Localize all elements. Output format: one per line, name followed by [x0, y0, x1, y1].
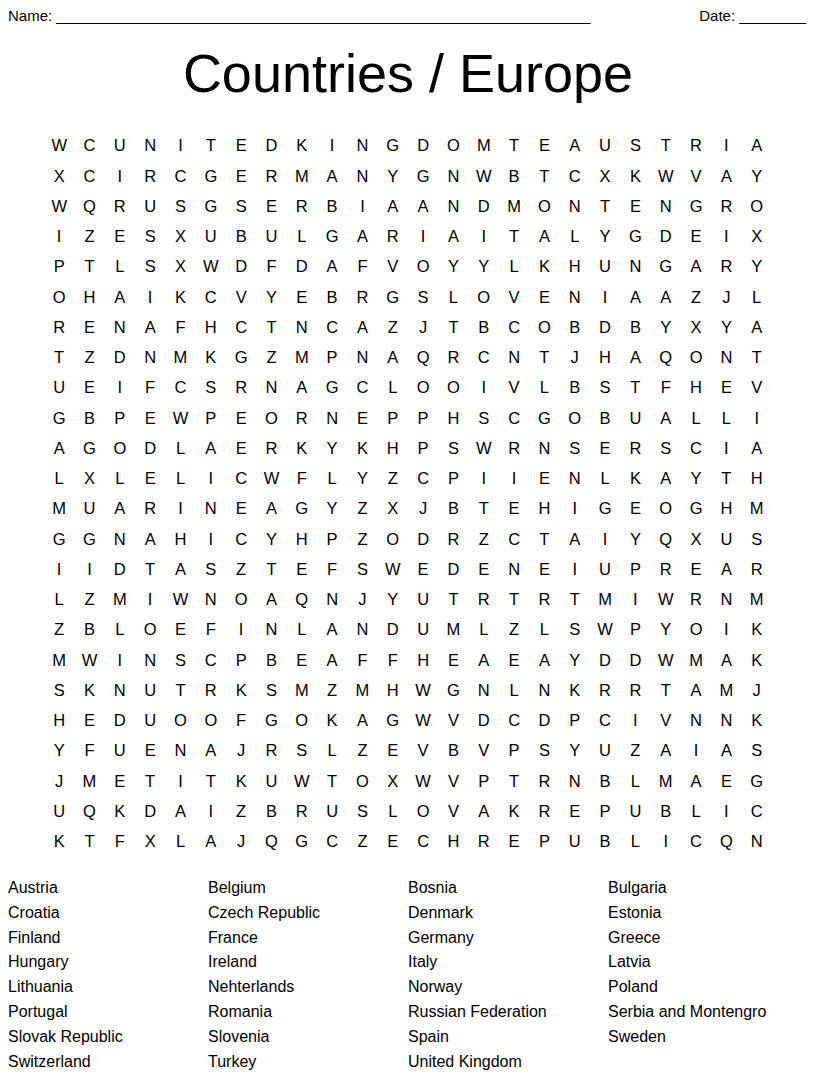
grid-cell[interactable]: N [529, 433, 559, 463]
grid-cell[interactable]: X [681, 524, 711, 554]
grid-cell[interactable]: T [620, 373, 650, 403]
grid-cell[interactable]: C [165, 373, 195, 403]
grid-cell[interactable]: I [651, 826, 681, 856]
grid-cell[interactable]: W [287, 766, 317, 796]
grid-cell[interactable]: B [74, 615, 104, 645]
grid-cell[interactable]: S [287, 736, 317, 766]
grid-cell[interactable]: B [469, 312, 499, 342]
grid-cell[interactable]: Z [74, 584, 104, 614]
grid-cell[interactable]: N [499, 554, 529, 584]
grid-cell[interactable]: E [711, 766, 741, 796]
grid-cell[interactable]: A [378, 191, 408, 221]
grid-cell[interactable]: N [347, 342, 377, 372]
grid-cell[interactable]: S [165, 645, 195, 675]
grid-cell[interactable]: N [560, 191, 590, 221]
grid-cell[interactable]: D [620, 645, 650, 675]
grid-cell[interactable]: N [165, 736, 195, 766]
grid-cell[interactable]: E [135, 736, 165, 766]
grid-cell[interactable]: O [165, 705, 195, 735]
grid-cell[interactable]: R [681, 584, 711, 614]
grid-cell[interactable]: I [317, 131, 347, 161]
grid-cell[interactable]: Y [560, 736, 590, 766]
grid-cell[interactable]: U [135, 675, 165, 705]
grid-cell[interactable]: W [256, 463, 286, 493]
grid-cell[interactable]: B [651, 796, 681, 826]
grid-cell[interactable]: R [711, 191, 741, 221]
grid-cell[interactable]: Z [378, 312, 408, 342]
grid-cell[interactable]: C [469, 342, 499, 372]
grid-cell[interactable]: I [196, 524, 226, 554]
grid-cell[interactable]: R [347, 282, 377, 312]
grid-cell[interactable]: E [287, 645, 317, 675]
grid-cell[interactable]: I [711, 615, 741, 645]
grid-cell[interactable]: D [469, 705, 499, 735]
grid-cell[interactable]: L [44, 463, 74, 493]
grid-cell[interactable]: V [408, 736, 438, 766]
grid-cell[interactable]: Z [74, 221, 104, 251]
grid-cell[interactable]: D [135, 433, 165, 463]
grid-cell[interactable]: N [347, 131, 377, 161]
grid-cell[interactable]: C [196, 645, 226, 675]
grid-cell[interactable]: P [590, 796, 620, 826]
grid-cell[interactable]: I [135, 282, 165, 312]
grid-cell[interactable]: K [287, 433, 317, 463]
grid-cell[interactable]: O [529, 191, 559, 221]
grid-cell[interactable]: L [681, 403, 711, 433]
grid-cell[interactable]: L [378, 373, 408, 403]
grid-cell[interactable]: A [620, 282, 650, 312]
grid-cell[interactable]: E [226, 494, 256, 524]
grid-cell[interactable]: K [226, 766, 256, 796]
grid-cell[interactable]: I [560, 494, 590, 524]
grid-cell[interactable]: T [196, 766, 226, 796]
grid-cell[interactable]: A [287, 373, 317, 403]
grid-cell[interactable]: G [44, 524, 74, 554]
grid-cell[interactable]: G [590, 494, 620, 524]
grid-cell[interactable]: C [196, 282, 226, 312]
grid-cell[interactable]: E [499, 645, 529, 675]
grid-cell[interactable]: R [135, 161, 165, 191]
grid-cell[interactable]: P [317, 342, 347, 372]
grid-cell[interactable]: U [105, 131, 135, 161]
grid-cell[interactable]: T [438, 312, 468, 342]
grid-cell[interactable]: M [105, 584, 135, 614]
grid-cell[interactable]: C [74, 131, 104, 161]
grid-cell[interactable]: Y [378, 584, 408, 614]
grid-cell[interactable]: R [620, 675, 650, 705]
grid-cell[interactable]: O [560, 403, 590, 433]
grid-cell[interactable]: R [742, 554, 772, 584]
grid-cell[interactable]: A [135, 524, 165, 554]
grid-cell[interactable]: K [44, 826, 74, 856]
grid-cell[interactable]: M [287, 342, 317, 372]
grid-cell[interactable]: N [256, 615, 286, 645]
grid-cell[interactable]: A [317, 645, 347, 675]
grid-cell[interactable]: S [560, 433, 590, 463]
grid-cell[interactable]: P [529, 826, 559, 856]
grid-cell[interactable]: X [74, 463, 104, 493]
grid-cell[interactable]: E [529, 282, 559, 312]
grid-cell[interactable]: S [347, 554, 377, 584]
grid-cell[interactable]: Y [256, 282, 286, 312]
grid-cell[interactable]: I [499, 463, 529, 493]
grid-cell[interactable]: L [317, 736, 347, 766]
grid-cell[interactable]: B [499, 161, 529, 191]
grid-cell[interactable]: C [226, 463, 256, 493]
grid-cell[interactable]: E [105, 766, 135, 796]
grid-cell[interactable]: F [378, 645, 408, 675]
grid-cell[interactable]: A [651, 282, 681, 312]
grid-cell[interactable]: W [74, 645, 104, 675]
grid-cell[interactable]: M [44, 494, 74, 524]
grid-cell[interactable]: E [469, 554, 499, 584]
grid-cell[interactable]: R [438, 342, 468, 372]
grid-cell[interactable]: L [681, 796, 711, 826]
grid-cell[interactable]: L [105, 615, 135, 645]
grid-cell[interactable]: X [378, 494, 408, 524]
grid-cell[interactable]: F [135, 373, 165, 403]
grid-cell[interactable]: G [196, 191, 226, 221]
grid-cell[interactable]: L [529, 373, 559, 403]
grid-cell[interactable]: I [226, 615, 256, 645]
grid-cell[interactable]: R [196, 675, 226, 705]
grid-cell[interactable]: W [44, 191, 74, 221]
grid-cell[interactable]: C [317, 312, 347, 342]
grid-cell[interactable]: E [529, 463, 559, 493]
grid-cell[interactable]: R [378, 221, 408, 251]
grid-cell[interactable]: N [711, 342, 741, 372]
grid-cell[interactable]: J [711, 282, 741, 312]
grid-cell[interactable]: B [590, 826, 620, 856]
grid-cell[interactable]: I [590, 282, 620, 312]
grid-cell[interactable]: S [590, 373, 620, 403]
grid-cell[interactable]: E [347, 403, 377, 433]
grid-cell[interactable]: M [742, 584, 772, 614]
grid-cell[interactable]: O [408, 373, 438, 403]
grid-cell[interactable]: T [438, 584, 468, 614]
grid-cell[interactable]: J [408, 312, 438, 342]
grid-cell[interactable]: T [44, 342, 74, 372]
grid-cell[interactable]: Y [317, 494, 347, 524]
grid-cell[interactable]: R [499, 433, 529, 463]
grid-cell[interactable]: I [620, 705, 650, 735]
grid-cell[interactable]: F [74, 736, 104, 766]
grid-cell[interactable]: C [408, 826, 438, 856]
grid-cell[interactable]: B [74, 403, 104, 433]
grid-cell[interactable]: I [105, 161, 135, 191]
grid-cell[interactable]: L [529, 615, 559, 645]
grid-cell[interactable]: N [711, 705, 741, 735]
grid-cell[interactable]: E [529, 131, 559, 161]
grid-cell[interactable]: F [347, 645, 377, 675]
grid-cell[interactable]: N [438, 161, 468, 191]
grid-cell[interactable]: X [681, 312, 711, 342]
grid-cell[interactable]: I [105, 373, 135, 403]
grid-cell[interactable]: A [135, 312, 165, 342]
grid-cell[interactable]: E [499, 826, 529, 856]
grid-cell[interactable]: G [438, 675, 468, 705]
grid-cell[interactable]: V [651, 705, 681, 735]
grid-cell[interactable]: U [105, 736, 135, 766]
grid-cell[interactable]: H [711, 494, 741, 524]
grid-cell[interactable]: F [651, 373, 681, 403]
grid-cell[interactable]: R [620, 433, 650, 463]
grid-cell[interactable]: A [711, 736, 741, 766]
grid-cell[interactable]: L [105, 463, 135, 493]
grid-cell[interactable]: A [378, 342, 408, 372]
grid-cell[interactable]: W [469, 161, 499, 191]
grid-cell[interactable]: R [711, 252, 741, 282]
grid-cell[interactable]: G [651, 252, 681, 282]
grid-cell[interactable]: Q [651, 524, 681, 554]
grid-cell[interactable]: J [226, 826, 256, 856]
grid-cell[interactable]: P [317, 524, 347, 554]
grid-cell[interactable]: T [651, 131, 681, 161]
grid-cell[interactable]: A [256, 494, 286, 524]
grid-cell[interactable]: N [620, 252, 650, 282]
grid-cell[interactable]: N [287, 312, 317, 342]
grid-cell[interactable]: A [711, 645, 741, 675]
grid-cell[interactable]: Q [287, 584, 317, 614]
grid-cell[interactable]: J [742, 675, 772, 705]
grid-cell[interactable]: O [135, 615, 165, 645]
grid-cell[interactable]: E [74, 373, 104, 403]
grid-cell[interactable]: E [74, 705, 104, 735]
grid-cell[interactable]: H [378, 433, 408, 463]
grid-cell[interactable]: A [742, 131, 772, 161]
grid-cell[interactable]: D [226, 252, 256, 282]
grid-cell[interactable]: M [74, 766, 104, 796]
grid-cell[interactable]: I [105, 645, 135, 675]
grid-cell[interactable]: L [560, 221, 590, 251]
grid-cell[interactable]: W [408, 705, 438, 735]
grid-cell[interactable]: A [742, 312, 772, 342]
grid-cell[interactable]: H [681, 373, 711, 403]
grid-cell[interactable]: F [256, 252, 286, 282]
grid-cell[interactable]: D [287, 252, 317, 282]
grid-cell[interactable]: A [711, 554, 741, 584]
grid-cell[interactable]: E [105, 221, 135, 251]
grid-cell[interactable]: K [74, 675, 104, 705]
grid-cell[interactable]: H [590, 342, 620, 372]
grid-cell[interactable]: R [287, 191, 317, 221]
grid-cell[interactable]: O [408, 796, 438, 826]
grid-cell[interactable]: D [408, 524, 438, 554]
grid-cell[interactable]: Y [711, 312, 741, 342]
grid-cell[interactable]: L [620, 766, 650, 796]
grid-cell[interactable]: S [135, 221, 165, 251]
grid-cell[interactable]: G [681, 494, 711, 524]
grid-cell[interactable]: S [529, 736, 559, 766]
grid-cell[interactable]: K [105, 796, 135, 826]
grid-cell[interactable]: P [438, 463, 468, 493]
grid-cell[interactable]: G [317, 221, 347, 251]
grid-cell[interactable]: F [287, 463, 317, 493]
grid-cell[interactable]: H [196, 312, 226, 342]
grid-cell[interactable]: I [347, 191, 377, 221]
grid-cell[interactable]: H [529, 494, 559, 524]
grid-cell[interactable]: Y [438, 252, 468, 282]
grid-cell[interactable]: V [499, 373, 529, 403]
grid-cell[interactable]: Z [681, 282, 711, 312]
grid-cell[interactable]: Z [347, 524, 377, 554]
grid-cell[interactable]: I [560, 554, 590, 584]
grid-cell[interactable]: O [469, 282, 499, 312]
grid-cell[interactable]: K [742, 615, 772, 645]
grid-cell[interactable]: A [651, 736, 681, 766]
grid-cell[interactable]: C [165, 161, 195, 191]
grid-cell[interactable]: U [560, 826, 590, 856]
grid-cell[interactable]: W [469, 433, 499, 463]
grid-cell[interactable]: I [469, 221, 499, 251]
grid-cell[interactable]: P [620, 554, 650, 584]
grid-cell[interactable]: P [469, 766, 499, 796]
grid-cell[interactable]: O [681, 342, 711, 372]
grid-cell[interactable]: K [529, 252, 559, 282]
grid-cell[interactable]: S [408, 282, 438, 312]
grid-cell[interactable]: A [165, 796, 195, 826]
grid-cell[interactable]: C [317, 826, 347, 856]
grid-cell[interactable]: E [226, 161, 256, 191]
grid-cell[interactable]: R [529, 796, 559, 826]
grid-cell[interactable]: B [226, 221, 256, 251]
grid-cell[interactable]: R [469, 826, 499, 856]
grid-cell[interactable]: B [256, 645, 286, 675]
grid-cell[interactable]: I [711, 221, 741, 251]
grid-cell[interactable]: Y [681, 463, 711, 493]
grid-cell[interactable]: U [620, 796, 650, 826]
grid-cell[interactable]: S [44, 675, 74, 705]
grid-cell[interactable]: A [196, 826, 226, 856]
grid-cell[interactable]: B [590, 403, 620, 433]
grid-cell[interactable]: T [590, 191, 620, 221]
grid-cell[interactable]: N [742, 826, 772, 856]
grid-cell[interactable]: S [651, 433, 681, 463]
grid-cell[interactable]: R [287, 796, 317, 826]
grid-cell[interactable]: T [165, 675, 195, 705]
grid-cell[interactable]: T [529, 161, 559, 191]
grid-cell[interactable]: A [681, 675, 711, 705]
grid-cell[interactable]: S [742, 736, 772, 766]
grid-cell[interactable]: U [590, 131, 620, 161]
grid-cell[interactable]: T [469, 494, 499, 524]
grid-cell[interactable]: Q [408, 342, 438, 372]
grid-cell[interactable]: P [44, 252, 74, 282]
grid-cell[interactable]: F [105, 826, 135, 856]
grid-cell[interactable]: W [651, 645, 681, 675]
grid-cell[interactable]: Y [469, 252, 499, 282]
grid-cell[interactable]: I [711, 796, 741, 826]
grid-cell[interactable]: M [438, 615, 468, 645]
grid-cell[interactable]: T [742, 342, 772, 372]
grid-cell[interactable]: M [44, 645, 74, 675]
grid-cell[interactable]: B [620, 312, 650, 342]
grid-cell[interactable]: G [742, 766, 772, 796]
grid-cell[interactable]: N [196, 494, 226, 524]
grid-cell[interactable]: R [590, 675, 620, 705]
grid-cell[interactable]: I [711, 131, 741, 161]
grid-cell[interactable]: R [651, 554, 681, 584]
grid-cell[interactable]: C [499, 403, 529, 433]
grid-cell[interactable]: E [438, 645, 468, 675]
grid-cell[interactable]: Z [226, 796, 256, 826]
grid-cell[interactable]: O [529, 312, 559, 342]
grid-cell[interactable]: P [408, 433, 438, 463]
grid-cell[interactable]: R [256, 161, 286, 191]
grid-cell[interactable]: I [74, 554, 104, 584]
grid-cell[interactable]: N [105, 675, 135, 705]
grid-cell[interactable]: R [681, 131, 711, 161]
grid-cell[interactable]: G [317, 373, 347, 403]
grid-cell[interactable]: W [196, 252, 226, 282]
grid-cell[interactable]: Q [711, 826, 741, 856]
grid-cell[interactable]: B [560, 312, 590, 342]
grid-cell[interactable]: T [135, 766, 165, 796]
grid-cell[interactable]: M [165, 342, 195, 372]
grid-cell[interactable]: O [226, 584, 256, 614]
grid-cell[interactable]: N [347, 615, 377, 645]
grid-cell[interactable]: L [711, 403, 741, 433]
grid-cell[interactable]: U [44, 373, 74, 403]
grid-cell[interactable]: B [438, 736, 468, 766]
grid-cell[interactable]: E [135, 403, 165, 433]
grid-cell[interactable]: I [620, 584, 650, 614]
grid-cell[interactable]: C [560, 161, 590, 191]
grid-cell[interactable]: I [469, 463, 499, 493]
grid-cell[interactable]: E [226, 433, 256, 463]
grid-cell[interactable]: M [499, 191, 529, 221]
grid-cell[interactable]: F [347, 252, 377, 282]
grid-cell[interactable]: M [287, 675, 317, 705]
grid-cell[interactable]: N [347, 161, 377, 191]
grid-cell[interactable]: B [560, 373, 590, 403]
grid-cell[interactable]: Y [317, 433, 347, 463]
grid-cell[interactable]: Z [44, 615, 74, 645]
grid-cell[interactable]: W [651, 584, 681, 614]
grid-cell[interactable]: O [408, 252, 438, 282]
grid-cell[interactable]: C [590, 705, 620, 735]
grid-cell[interactable]: E [226, 131, 256, 161]
grid-cell[interactable]: I [165, 766, 195, 796]
grid-cell[interactable]: G [74, 433, 104, 463]
grid-cell[interactable]: B [317, 282, 347, 312]
grid-cell[interactable]: L [620, 826, 650, 856]
grid-cell[interactable]: D [590, 312, 620, 342]
grid-cell[interactable]: P [620, 615, 650, 645]
grid-cell[interactable]: O [651, 494, 681, 524]
grid-cell[interactable]: E [226, 403, 256, 433]
grid-cell[interactable]: O [287, 705, 317, 735]
grid-cell[interactable]: W [165, 403, 195, 433]
grid-cell[interactable]: A [347, 312, 377, 342]
grid-cell[interactable]: A [560, 524, 590, 554]
grid-cell[interactable]: N [135, 645, 165, 675]
grid-cell[interactable]: E [135, 463, 165, 493]
grid-cell[interactable]: I [196, 463, 226, 493]
grid-cell[interactable]: I [711, 433, 741, 463]
grid-cell[interactable]: G [287, 826, 317, 856]
grid-cell[interactable]: J [408, 494, 438, 524]
grid-cell[interactable]: G [378, 282, 408, 312]
grid-cell[interactable]: Y [651, 312, 681, 342]
grid-cell[interactable]: N [438, 191, 468, 221]
grid-cell[interactable]: H [74, 282, 104, 312]
grid-cell[interactable]: A [742, 433, 772, 463]
grid-cell[interactable]: E [378, 826, 408, 856]
grid-cell[interactable]: N [560, 282, 590, 312]
grid-cell[interactable]: U [74, 494, 104, 524]
grid-cell[interactable]: H [742, 463, 772, 493]
